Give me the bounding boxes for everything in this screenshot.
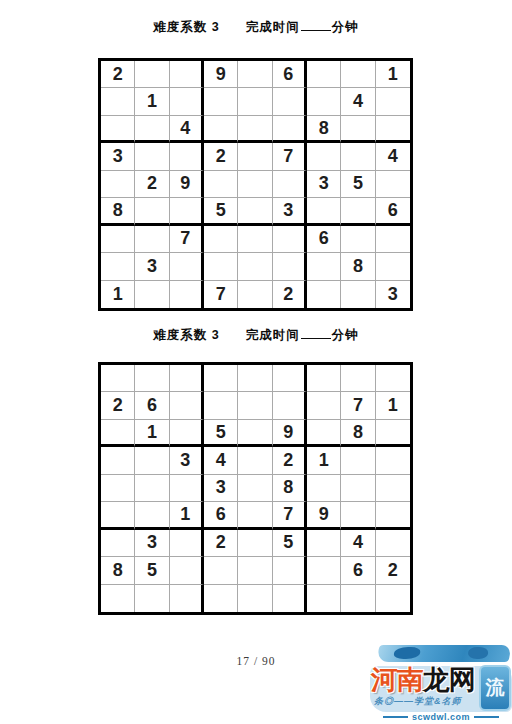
cell-r5c9 [376,171,410,198]
cell-r6c8 [341,502,375,529]
cell-r2c8: 4 [341,88,375,115]
cell-r7c1 [101,530,135,557]
puzzle-2-title: 难度系数 3完成时间分钟 [98,327,414,344]
cell-r1c9 [376,365,410,392]
cell-r1c1: 2 [101,61,135,88]
sudoku-grid-2: 26711598342138167932548562 [98,362,413,615]
cell-r1c2 [135,61,169,88]
cell-r5c1 [101,475,135,502]
cell-r4c7: 1 [307,447,341,474]
cell-r2c2: 1 [135,88,169,115]
watermark-tagline: 条◎——学堂&名师 [374,695,508,708]
cell-r8c1 [101,253,135,280]
cell-r7c2: 3 [135,530,169,557]
cell-r8c5 [238,253,272,280]
cell-r9c8 [341,281,375,308]
cell-r7c9 [376,530,410,557]
time-label-suffix: 分钟 [332,20,359,34]
cell-r3c3 [170,420,204,447]
cell-r8c2: 5 [135,557,169,584]
cell-r3c5 [238,116,272,143]
cell-r8c3 [170,557,204,584]
cell-r3c9 [376,116,410,143]
watermark-site-name: 河南龙网 [371,666,475,696]
cell-r9c7 [307,281,341,308]
cell-r6c6: 7 [273,502,307,529]
difficulty-label: 难度系数 3 [153,20,219,34]
cell-r1c5 [238,61,272,88]
cell-r4c8 [341,447,375,474]
site-name-part1: 河南 [371,665,423,695]
cell-r2c1 [101,88,135,115]
cell-r1c3 [170,365,204,392]
cell-r8c9 [376,253,410,280]
cell-r2c9 [376,88,410,115]
cell-r5c4: 3 [204,475,238,502]
url-dash-right [474,716,499,718]
cell-r3c9 [376,420,410,447]
cell-r5c6: 8 [273,475,307,502]
time-blank-line [301,337,331,339]
cell-r6c7: 9 [307,502,341,529]
site-name-part2: 龙网 [423,665,475,695]
cell-r8c6 [273,557,307,584]
cell-r2c7 [307,88,341,115]
cell-r6c4: 6 [204,502,238,529]
cell-r3c1 [101,420,135,447]
cell-r2c4 [204,392,238,419]
cell-r5c3 [170,475,204,502]
cell-r2c9: 1 [376,392,410,419]
cell-r9c8 [341,585,375,612]
cell-r8c2: 3 [135,253,169,280]
cell-r2c4 [204,88,238,115]
cell-r7c5 [238,530,272,557]
cell-r4c8 [341,143,375,170]
cell-r1c8 [341,365,375,392]
cell-r5c2: 2 [135,171,169,198]
cell-r2c3 [170,392,204,419]
cell-r7c6 [273,226,307,253]
cell-r8c7 [307,253,341,280]
cell-r5c8: 5 [341,171,375,198]
cell-r4c6: 7 [273,143,307,170]
cell-r1c6: 6 [273,61,307,88]
cell-r1c6 [273,365,307,392]
cell-r1c4: 9 [204,61,238,88]
cell-r2c8: 7 [341,392,375,419]
cell-r1c3 [170,61,204,88]
cell-r4c9 [376,447,410,474]
cell-r6c5 [238,198,272,225]
cell-r2c2: 6 [135,392,169,419]
cell-r8c6 [273,253,307,280]
time-label-suffix: 分钟 [332,328,359,342]
cell-r5c7 [307,475,341,502]
cell-r9c3 [170,281,204,308]
cell-r5c4 [204,171,238,198]
cell-r3c7 [307,420,341,447]
site-watermark: 河南龙网 流 条◎——学堂&名师 scwdwl.com [370,642,512,724]
cell-r8c1: 8 [101,557,135,584]
url-dash-left [383,716,408,718]
cell-r4c6: 2 [273,447,307,474]
cell-r9c5 [238,585,272,612]
cell-r4c9: 4 [376,143,410,170]
difficulty-label: 难度系数 3 [153,328,219,342]
watermark-url: scwdwl.com [370,712,512,722]
cell-r2c6 [273,88,307,115]
cell-r9c7 [307,585,341,612]
cell-r5c8 [341,475,375,502]
cell-r7c3: 7 [170,226,204,253]
cell-r2c1: 2 [101,392,135,419]
time-label-prefix: 完成时间 [246,20,300,34]
cell-r6c6: 3 [273,198,307,225]
cell-r6c9: 6 [376,198,410,225]
cell-r3c6 [273,116,307,143]
cell-r3c8: 8 [341,420,375,447]
cell-r3c4 [204,116,238,143]
brush-stroke-decoration [377,645,512,662]
cell-r8c5 [238,557,272,584]
cell-r4c1 [101,447,135,474]
cell-r5c5 [238,171,272,198]
cell-r1c9: 1 [376,61,410,88]
cell-r1c7 [307,61,341,88]
cell-r4c1: 3 [101,143,135,170]
cell-r9c6: 2 [273,281,307,308]
cell-r9c2 [135,585,169,612]
cell-r9c1 [101,585,135,612]
cell-r4c7 [307,143,341,170]
time-blank-line [301,29,331,31]
cell-r7c4 [204,226,238,253]
cell-r7c5 [238,226,272,253]
cell-r9c5 [238,281,272,308]
cell-r7c1 [101,226,135,253]
cell-r8c3 [170,253,204,280]
cell-r8c7 [307,557,341,584]
cell-r5c6 [273,171,307,198]
cell-r6c8 [341,198,375,225]
cell-r3c2: 1 [135,420,169,447]
cell-r8c8: 6 [341,557,375,584]
cell-r7c8: 4 [341,530,375,557]
cell-r4c3: 3 [170,447,204,474]
cell-r7c8 [341,226,375,253]
cell-r4c2 [135,143,169,170]
cell-r2c3 [170,88,204,115]
cell-r6c7 [307,198,341,225]
cell-r6c3 [170,198,204,225]
cell-r1c7 [307,365,341,392]
cell-r5c3: 9 [170,171,204,198]
sudoku-grid-1: 2961144832742935853676381723 [98,58,413,311]
cell-r6c4: 5 [204,198,238,225]
cell-r3c8 [341,116,375,143]
cell-r1c4 [204,365,238,392]
cell-r3c2 [135,116,169,143]
cell-r1c1 [101,365,135,392]
cell-r5c7: 3 [307,171,341,198]
cell-r6c5 [238,502,272,529]
cell-r4c2 [135,447,169,474]
cell-r3c3: 4 [170,116,204,143]
cell-r9c2 [135,281,169,308]
cell-r2c5 [238,88,272,115]
cell-r9c9: 3 [376,281,410,308]
cell-r7c4: 2 [204,530,238,557]
cell-r7c7 [307,530,341,557]
cell-r6c1: 8 [101,198,135,225]
cell-r5c2 [135,475,169,502]
cell-r6c9 [376,502,410,529]
cell-r5c1 [101,171,135,198]
time-label-prefix: 完成时间 [246,328,300,342]
cell-r7c2 [135,226,169,253]
cell-r9c4: 7 [204,281,238,308]
cell-r4c3 [170,143,204,170]
cell-r6c2 [135,198,169,225]
cell-r2c5 [238,392,272,419]
cell-r3c1 [101,116,135,143]
cell-r9c4 [204,585,238,612]
cell-r1c8 [341,61,375,88]
cell-r3c6: 9 [273,420,307,447]
url-text: scwdwl.com [412,712,470,722]
cell-r3c4: 5 [204,420,238,447]
cell-r5c5 [238,475,272,502]
cell-r3c5 [238,420,272,447]
puzzle-1-title: 难度系数 3完成时间分钟 [98,19,414,36]
cell-r8c4 [204,253,238,280]
cell-r4c5 [238,143,272,170]
cell-r9c1: 1 [101,281,135,308]
cell-r4c4: 4 [204,447,238,474]
cell-r7c9 [376,226,410,253]
cell-r4c5 [238,447,272,474]
cell-r8c4 [204,557,238,584]
cell-r9c6 [273,585,307,612]
cell-r7c6: 5 [273,530,307,557]
cell-r2c6 [273,392,307,419]
cell-r6c2 [135,502,169,529]
cell-r6c1 [101,502,135,529]
cell-r9c3 [170,585,204,612]
cell-r8c8: 8 [341,253,375,280]
cell-r4c4: 2 [204,143,238,170]
cell-r1c5 [238,365,272,392]
cell-r7c7: 6 [307,226,341,253]
cell-r9c9 [376,585,410,612]
cell-r2c7 [307,392,341,419]
cell-r3c7: 8 [307,116,341,143]
cell-r7c3 [170,530,204,557]
cell-r6c3: 1 [170,502,204,529]
cell-r8c9: 2 [376,557,410,584]
cell-r1c2 [135,365,169,392]
cell-r5c9 [376,475,410,502]
worksheet-page: 难度系数 3完成时间分钟 296114483274293585367638172… [0,0,512,724]
